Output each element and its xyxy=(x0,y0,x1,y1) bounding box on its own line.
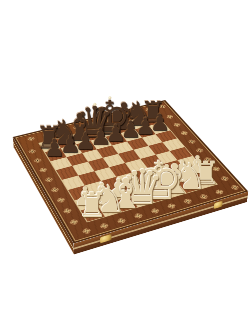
board-scene xyxy=(0,0,250,311)
chess-board xyxy=(13,100,249,244)
chess-set-photo: ♜♞♝♛♚♝♞♜♟♟♟♟♟♟♟♟♟♟♟♟♟♟♟♟♜♞♝♛♚♝♞♜ xyxy=(0,0,250,311)
brass-clasp-icon xyxy=(100,234,111,243)
brass-hinge-icon xyxy=(213,201,222,209)
